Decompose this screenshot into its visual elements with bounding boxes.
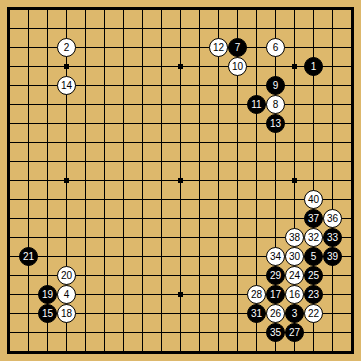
- intersection-J4: [152, 285, 171, 304]
- intersection-S16: [323, 57, 342, 76]
- stone-black-19: 19: [38, 285, 57, 304]
- intersection-O18: [247, 19, 266, 38]
- intersection-D10: [57, 171, 76, 190]
- intersection-T6: [342, 247, 361, 266]
- stone-black-5: 5: [304, 247, 323, 266]
- intersection-H4: [133, 285, 152, 304]
- intersection-Q10: [285, 171, 304, 190]
- intersection-O12: [247, 133, 266, 152]
- intersection-M15: [209, 76, 228, 95]
- intersection-P17: 6: [266, 38, 285, 57]
- intersection-A5: [0, 266, 19, 285]
- intersection-H6: [133, 247, 152, 266]
- intersection-J10: [152, 171, 171, 190]
- intersection-F16: [95, 57, 114, 76]
- star-point: [178, 178, 183, 183]
- intersection-F4: [95, 285, 114, 304]
- intersection-D3: 18: [57, 304, 76, 323]
- stone-black-25: 25: [304, 266, 323, 285]
- intersection-L3: [190, 304, 209, 323]
- intersection-E19: [76, 0, 95, 19]
- intersection-C12: [38, 133, 57, 152]
- intersection-T10: [342, 171, 361, 190]
- intersection-F15: [95, 76, 114, 95]
- intersection-K12: [171, 133, 190, 152]
- intersection-B18: [19, 19, 38, 38]
- stone-black-39: 39: [323, 247, 342, 266]
- intersection-C7: [38, 228, 57, 247]
- intersection-T11: [342, 152, 361, 171]
- intersection-H5: [133, 266, 152, 285]
- intersection-Q19: [285, 0, 304, 19]
- stone-white-2: 2: [57, 38, 76, 57]
- intersection-D11: [57, 152, 76, 171]
- intersection-P18: [266, 19, 285, 38]
- intersection-N13: [228, 114, 247, 133]
- intersection-E6: [76, 247, 95, 266]
- intersection-F14: [95, 95, 114, 114]
- intersection-N19: [228, 0, 247, 19]
- intersection-J19: [152, 0, 171, 19]
- intersection-R3: 22: [304, 304, 323, 323]
- intersection-K1: [171, 342, 190, 361]
- intersection-S15: [323, 76, 342, 95]
- intersection-F2: [95, 323, 114, 342]
- intersection-E16: [76, 57, 95, 76]
- star-point: [292, 64, 297, 69]
- intersection-R7: 32: [304, 228, 323, 247]
- intersection-H1: [133, 342, 152, 361]
- stone-white-26: 26: [266, 304, 285, 323]
- intersection-S14: [323, 95, 342, 114]
- intersection-O14: 11: [247, 95, 266, 114]
- intersection-R8: 37: [304, 209, 323, 228]
- intersection-Q6: 30: [285, 247, 304, 266]
- intersection-F5: [95, 266, 114, 285]
- intersection-B9: [19, 190, 38, 209]
- intersection-F12: [95, 133, 114, 152]
- stone-black-3: 3: [285, 304, 304, 323]
- intersection-O2: [247, 323, 266, 342]
- intersection-P9: [266, 190, 285, 209]
- stone-black-33: 33: [323, 228, 342, 247]
- intersection-J3: [152, 304, 171, 323]
- intersection-O16: [247, 57, 266, 76]
- intersection-G8: [114, 209, 133, 228]
- stone-white-34: 34: [266, 247, 285, 266]
- intersection-N5: [228, 266, 247, 285]
- intersection-Q17: [285, 38, 304, 57]
- intersection-E5: [76, 266, 95, 285]
- intersection-J2: [152, 323, 171, 342]
- intersection-E10: [76, 171, 95, 190]
- intersection-S6: 39: [323, 247, 342, 266]
- stone-white-24: 24: [285, 266, 304, 285]
- intersection-N9: [228, 190, 247, 209]
- intersection-H8: [133, 209, 152, 228]
- intersection-B17: [19, 38, 38, 57]
- intersection-B1: [19, 342, 38, 361]
- intersection-H17: [133, 38, 152, 57]
- intersection-E9: [76, 190, 95, 209]
- intersection-F11: [95, 152, 114, 171]
- intersection-K5: [171, 266, 190, 285]
- intersection-Q11: [285, 152, 304, 171]
- intersection-L10: [190, 171, 209, 190]
- stone-black-31: 31: [247, 304, 266, 323]
- intersection-K3: [171, 304, 190, 323]
- intersection-T19: [342, 0, 361, 19]
- intersection-K14: [171, 95, 190, 114]
- intersection-F19: [95, 0, 114, 19]
- intersection-Q5: 24: [285, 266, 304, 285]
- intersection-P6: 34: [266, 247, 285, 266]
- intersection-N6: [228, 247, 247, 266]
- intersection-B19: [19, 0, 38, 19]
- intersection-A9: [0, 190, 19, 209]
- intersection-O6: [247, 247, 266, 266]
- intersection-A16: [0, 57, 19, 76]
- intersection-C10: [38, 171, 57, 190]
- intersection-J6: [152, 247, 171, 266]
- intersection-Q14: [285, 95, 304, 114]
- stone-white-30: 30: [285, 247, 304, 266]
- intersection-C18: [38, 19, 57, 38]
- intersection-B10: [19, 171, 38, 190]
- intersection-F6: [95, 247, 114, 266]
- intersection-E1: [76, 342, 95, 361]
- intersection-P11: [266, 152, 285, 171]
- intersection-S7: 33: [323, 228, 342, 247]
- intersection-R15: [304, 76, 323, 95]
- intersection-D17: 2: [57, 38, 76, 57]
- intersection-N14: [228, 95, 247, 114]
- intersection-N3: [228, 304, 247, 323]
- intersection-T4: [342, 285, 361, 304]
- star-point: [178, 292, 183, 297]
- intersection-P15: 9: [266, 76, 285, 95]
- intersection-D9: [57, 190, 76, 209]
- intersection-K11: [171, 152, 190, 171]
- intersection-E3: [76, 304, 95, 323]
- stone-white-4: 4: [57, 285, 76, 304]
- intersection-T5: [342, 266, 361, 285]
- intersection-Q15: [285, 76, 304, 95]
- intersection-M11: [209, 152, 228, 171]
- intersection-B6: 21: [19, 247, 38, 266]
- intersection-Q18: [285, 19, 304, 38]
- intersection-K6: [171, 247, 190, 266]
- intersection-L17: [190, 38, 209, 57]
- intersection-A7: [0, 228, 19, 247]
- intersection-F8: [95, 209, 114, 228]
- intersection-M3: [209, 304, 228, 323]
- intersection-K19: [171, 0, 190, 19]
- intersection-C14: [38, 95, 57, 114]
- intersection-C13: [38, 114, 57, 133]
- intersection-H19: [133, 0, 152, 19]
- intersection-A11: [0, 152, 19, 171]
- intersection-B2: [19, 323, 38, 342]
- intersection-P13: 13: [266, 114, 285, 133]
- intersection-B16: [19, 57, 38, 76]
- intersection-M17: 12: [209, 38, 228, 57]
- intersection-G15: [114, 76, 133, 95]
- intersection-S1: [323, 342, 342, 361]
- intersection-B11: [19, 152, 38, 171]
- intersection-P8: [266, 209, 285, 228]
- intersection-C3: 15: [38, 304, 57, 323]
- intersection-D15: 14: [57, 76, 76, 95]
- intersection-T1: [342, 342, 361, 361]
- intersection-J5: [152, 266, 171, 285]
- intersection-H14: [133, 95, 152, 114]
- intersection-A3: [0, 304, 19, 323]
- intersection-R10: [304, 171, 323, 190]
- stone-black-9: 9: [266, 76, 285, 95]
- stone-black-11: 11: [247, 95, 266, 114]
- intersection-E14: [76, 95, 95, 114]
- intersection-R9: 40: [304, 190, 323, 209]
- intersection-R16: 1: [304, 57, 323, 76]
- intersection-G13: [114, 114, 133, 133]
- intersection-T7: [342, 228, 361, 247]
- intersection-H13: [133, 114, 152, 133]
- intersection-N7: [228, 228, 247, 247]
- intersection-S13: [323, 114, 342, 133]
- intersection-R19: [304, 0, 323, 19]
- intersection-T14: [342, 95, 361, 114]
- star-point: [64, 178, 69, 183]
- intersection-F9: [95, 190, 114, 209]
- intersection-R17: [304, 38, 323, 57]
- intersection-J13: [152, 114, 171, 133]
- intersection-R12: [304, 133, 323, 152]
- intersection-H10: [133, 171, 152, 190]
- intersection-Q7: 38: [285, 228, 304, 247]
- intersection-S17: [323, 38, 342, 57]
- stone-black-21: 21: [19, 247, 38, 266]
- intersection-L8: [190, 209, 209, 228]
- stone-black-35: 35: [266, 323, 285, 342]
- intersection-H9: [133, 190, 152, 209]
- intersection-R2: [304, 323, 323, 342]
- star-point: [292, 178, 297, 183]
- stone-black-1: 1: [304, 57, 323, 76]
- intersection-A8: [0, 209, 19, 228]
- intersection-S2: [323, 323, 342, 342]
- intersection-N15: [228, 76, 247, 95]
- intersection-K9: [171, 190, 190, 209]
- intersection-S9: [323, 190, 342, 209]
- intersection-C19: [38, 0, 57, 19]
- stone-black-15: 15: [38, 304, 57, 323]
- intersection-H15: [133, 76, 152, 95]
- stone-white-22: 22: [304, 304, 323, 323]
- intersection-E8: [76, 209, 95, 228]
- intersection-A15: [0, 76, 19, 95]
- intersection-F13: [95, 114, 114, 133]
- intersection-D16: [57, 57, 76, 76]
- intersection-L6: [190, 247, 209, 266]
- intersection-E17: [76, 38, 95, 57]
- intersection-J14: [152, 95, 171, 114]
- intersection-J17: [152, 38, 171, 57]
- intersection-Q16: [285, 57, 304, 76]
- intersection-T2: [342, 323, 361, 342]
- intersection-A14: [0, 95, 19, 114]
- intersection-B15: [19, 76, 38, 95]
- intersection-B4: [19, 285, 38, 304]
- intersection-M7: [209, 228, 228, 247]
- intersection-H12: [133, 133, 152, 152]
- intersection-S8: 36: [323, 209, 342, 228]
- intersection-L16: [190, 57, 209, 76]
- intersection-S11: [323, 152, 342, 171]
- intersection-J1: [152, 342, 171, 361]
- intersection-A13: [0, 114, 19, 133]
- stone-white-18: 18: [57, 304, 76, 323]
- intersection-C4: 19: [38, 285, 57, 304]
- intersection-G6: [114, 247, 133, 266]
- intersection-G17: [114, 38, 133, 57]
- intersection-E13: [76, 114, 95, 133]
- stone-white-40: 40: [304, 190, 323, 209]
- intersection-K10: [171, 171, 190, 190]
- intersection-P3: 26: [266, 304, 285, 323]
- intersection-L18: [190, 19, 209, 38]
- intersection-L12: [190, 133, 209, 152]
- intersection-T3: [342, 304, 361, 323]
- intersection-N10: [228, 171, 247, 190]
- intersection-B13: [19, 114, 38, 133]
- intersection-O5: [247, 266, 266, 285]
- intersection-Q2: 27: [285, 323, 304, 342]
- intersection-J16: [152, 57, 171, 76]
- intersection-O8: [247, 209, 266, 228]
- intersection-A6: [0, 247, 19, 266]
- intersection-M4: [209, 285, 228, 304]
- intersection-P4: 17: [266, 285, 285, 304]
- go-board[interactable]: 2127610114911813403736383233213430539202…: [0, 0, 361, 361]
- intersection-N12: [228, 133, 247, 152]
- intersection-P14: 8: [266, 95, 285, 114]
- intersection-T16: [342, 57, 361, 76]
- stone-white-36: 36: [323, 209, 342, 228]
- intersection-G4: [114, 285, 133, 304]
- intersection-P12: [266, 133, 285, 152]
- intersection-L15: [190, 76, 209, 95]
- intersection-M18: [209, 19, 228, 38]
- intersection-S3: [323, 304, 342, 323]
- intersection-A17: [0, 38, 19, 57]
- intersection-C16: [38, 57, 57, 76]
- intersection-M16: [209, 57, 228, 76]
- intersection-D4: 4: [57, 285, 76, 304]
- intersection-K2: [171, 323, 190, 342]
- intersection-C9: [38, 190, 57, 209]
- intersection-K13: [171, 114, 190, 133]
- intersection-O13: [247, 114, 266, 133]
- stone-black-17: 17: [266, 285, 285, 304]
- intersection-S12: [323, 133, 342, 152]
- intersection-C15: [38, 76, 57, 95]
- intersection-N2: [228, 323, 247, 342]
- intersection-D2: [57, 323, 76, 342]
- intersection-R11: [304, 152, 323, 171]
- intersection-H11: [133, 152, 152, 171]
- intersection-N8: [228, 209, 247, 228]
- intersection-A12: [0, 133, 19, 152]
- intersection-A4: [0, 285, 19, 304]
- stone-black-7: 7: [228, 38, 247, 57]
- intersection-M19: [209, 0, 228, 19]
- intersection-K8: [171, 209, 190, 228]
- intersection-H18: [133, 19, 152, 38]
- intersection-N16: 10: [228, 57, 247, 76]
- intersection-K17: [171, 38, 190, 57]
- intersection-M8: [209, 209, 228, 228]
- intersection-K16: [171, 57, 190, 76]
- intersection-L4: [190, 285, 209, 304]
- intersection-H16: [133, 57, 152, 76]
- intersection-D1: [57, 342, 76, 361]
- intersection-G2: [114, 323, 133, 342]
- intersection-G19: [114, 0, 133, 19]
- intersection-L11: [190, 152, 209, 171]
- intersection-T9: [342, 190, 361, 209]
- intersection-H7: [133, 228, 152, 247]
- stone-black-37: 37: [304, 209, 323, 228]
- intersection-C5: [38, 266, 57, 285]
- intersection-J15: [152, 76, 171, 95]
- intersection-M12: [209, 133, 228, 152]
- intersection-O4: 28: [247, 285, 266, 304]
- intersection-B12: [19, 133, 38, 152]
- intersection-Q9: [285, 190, 304, 209]
- intersection-E7: [76, 228, 95, 247]
- intersection-G1: [114, 342, 133, 361]
- intersection-N18: [228, 19, 247, 38]
- intersection-J9: [152, 190, 171, 209]
- intersection-G3: [114, 304, 133, 323]
- intersection-E2: [76, 323, 95, 342]
- intersection-O1: [247, 342, 266, 361]
- star-point: [178, 64, 183, 69]
- intersection-S4: [323, 285, 342, 304]
- intersection-G14: [114, 95, 133, 114]
- intersection-D7: [57, 228, 76, 247]
- intersection-R18: [304, 19, 323, 38]
- intersection-N11: [228, 152, 247, 171]
- intersection-A1: [0, 342, 19, 361]
- intersection-C17: [38, 38, 57, 57]
- intersection-H3: [133, 304, 152, 323]
- intersection-T17: [342, 38, 361, 57]
- intersection-M13: [209, 114, 228, 133]
- intersection-C8: [38, 209, 57, 228]
- intersection-O7: [247, 228, 266, 247]
- intersection-Q12: [285, 133, 304, 152]
- intersection-O10: [247, 171, 266, 190]
- intersection-F18: [95, 19, 114, 38]
- intersection-D19: [57, 0, 76, 19]
- stone-white-16: 16: [285, 285, 304, 304]
- stone-black-23: 23: [304, 285, 323, 304]
- intersection-G11: [114, 152, 133, 171]
- stone-white-32: 32: [304, 228, 323, 247]
- stone-white-6: 6: [266, 38, 285, 57]
